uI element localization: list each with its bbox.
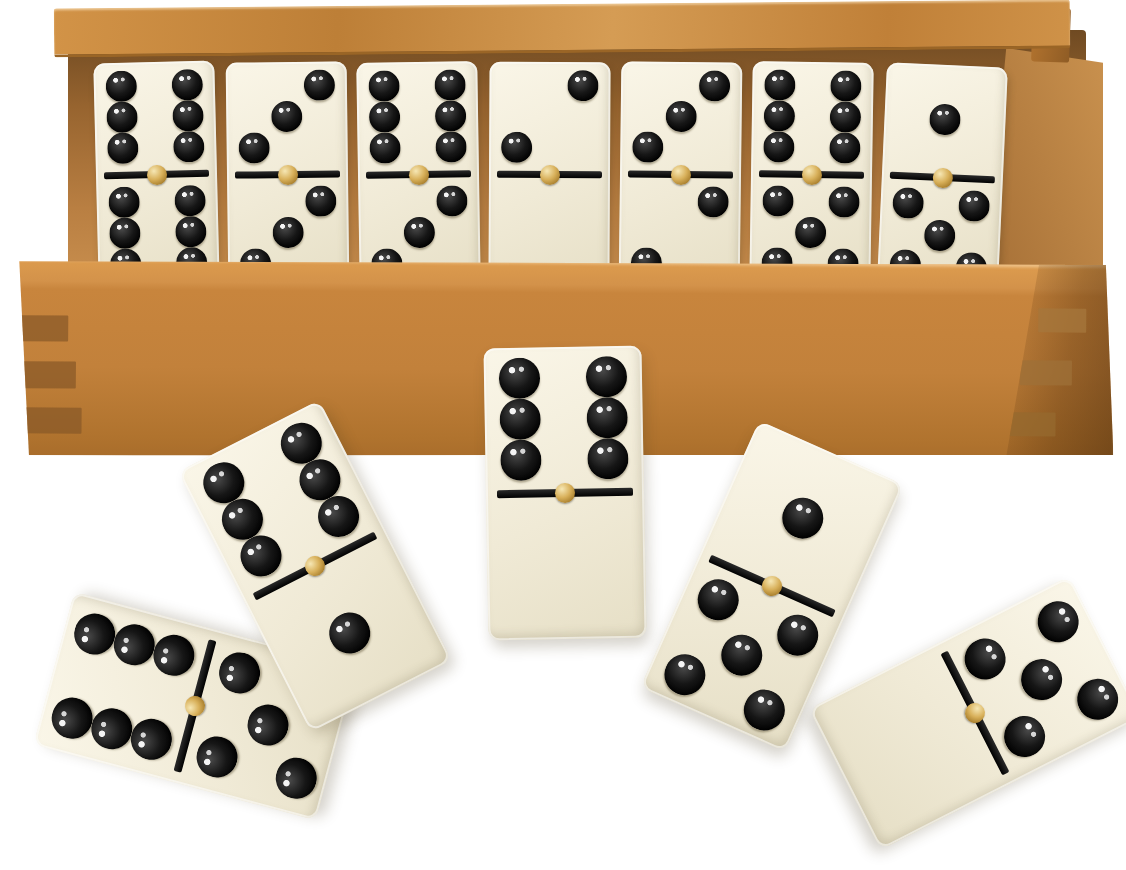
pip-cell bbox=[368, 101, 402, 133]
pip bbox=[499, 357, 541, 399]
pip bbox=[173, 131, 205, 163]
pip bbox=[924, 219, 956, 251]
pip-cell bbox=[829, 101, 863, 133]
pip-cell bbox=[499, 398, 543, 440]
pip-cell bbox=[924, 188, 958, 221]
domino-tile-3-3[interactable] bbox=[226, 61, 350, 287]
pip-cell bbox=[587, 506, 631, 547]
pip-cell bbox=[762, 131, 796, 163]
pip-cell bbox=[433, 69, 467, 101]
pip bbox=[105, 70, 137, 102]
domino-tile-1-5[interactable] bbox=[877, 62, 1008, 292]
pip bbox=[587, 438, 629, 480]
pip bbox=[172, 100, 204, 132]
pip bbox=[238, 132, 269, 163]
pip bbox=[829, 133, 860, 164]
pip-cell bbox=[585, 397, 629, 439]
pip-cell bbox=[271, 185, 304, 217]
dominoes-photo-scene bbox=[0, 0, 1126, 870]
pip-grid bbox=[498, 356, 630, 480]
pip bbox=[698, 186, 729, 217]
pip-grid bbox=[500, 69, 600, 163]
pip-cell bbox=[630, 216, 663, 248]
pip-cell bbox=[795, 132, 829, 164]
pip-cell bbox=[170, 68, 204, 100]
pip-cell bbox=[237, 70, 270, 102]
pip-cell bbox=[663, 185, 696, 217]
pip bbox=[106, 101, 138, 133]
pip-grid bbox=[104, 68, 206, 164]
domino-tile-6-3[interactable] bbox=[356, 61, 481, 288]
pip bbox=[109, 217, 141, 249]
finger-joint bbox=[1038, 308, 1086, 332]
pip-cell bbox=[566, 132, 599, 163]
finger-joint bbox=[12, 315, 68, 341]
pip-cell bbox=[238, 217, 271, 249]
pip-cell bbox=[237, 132, 270, 164]
pip bbox=[305, 185, 336, 216]
pip bbox=[436, 185, 467, 216]
pip-cell bbox=[140, 185, 174, 217]
pip bbox=[368, 70, 399, 101]
pip bbox=[567, 70, 598, 101]
pip-cell bbox=[761, 216, 795, 248]
pip-grid bbox=[367, 69, 468, 164]
pip bbox=[666, 101, 697, 132]
domino-tile-6-6[interactable] bbox=[93, 61, 219, 289]
pip-cell bbox=[632, 69, 665, 101]
pip-cell bbox=[891, 186, 925, 219]
pip-grid bbox=[47, 608, 198, 765]
pip-cell bbox=[500, 507, 544, 548]
pip-grid bbox=[893, 70, 996, 168]
pip-cell bbox=[961, 105, 995, 138]
pip-cell bbox=[697, 186, 730, 218]
pip-grid bbox=[762, 69, 863, 164]
pip-cell bbox=[794, 217, 828, 249]
pip-cell bbox=[303, 100, 336, 132]
pip-cell bbox=[271, 217, 304, 249]
pip-cell bbox=[435, 185, 469, 217]
pip-cell bbox=[588, 547, 632, 588]
pip-cell bbox=[566, 101, 599, 132]
pip-cell bbox=[566, 186, 599, 217]
pip-cell bbox=[926, 134, 960, 167]
pip-cell bbox=[630, 185, 663, 217]
finger-joint bbox=[1020, 360, 1072, 385]
pip-cell bbox=[270, 69, 303, 101]
pip bbox=[929, 103, 961, 135]
pip-cell bbox=[929, 72, 963, 105]
pip bbox=[175, 216, 207, 248]
pip-cell bbox=[237, 101, 270, 133]
domino-half-top bbox=[620, 61, 742, 171]
pip bbox=[763, 131, 794, 162]
pip-cell bbox=[138, 100, 172, 132]
pip-cell bbox=[499, 217, 532, 248]
pip-cell bbox=[957, 189, 991, 222]
pip-cell bbox=[173, 184, 207, 216]
pip-cell bbox=[368, 132, 402, 164]
domino-half-bottom bbox=[486, 496, 646, 641]
pip-cell bbox=[586, 438, 630, 480]
pip-cell bbox=[544, 507, 588, 548]
pip-grid bbox=[500, 506, 632, 630]
pip-cell bbox=[137, 69, 171, 101]
pip-cell bbox=[962, 73, 996, 106]
pip-cell bbox=[696, 217, 729, 249]
pip-cell bbox=[171, 100, 205, 132]
domino-tile-6-0[interactable] bbox=[483, 346, 646, 641]
pip-cell bbox=[502, 589, 546, 630]
pip-cell bbox=[827, 217, 861, 249]
pip bbox=[273, 217, 304, 248]
pip-cell bbox=[959, 136, 993, 169]
domino-tile-6-5[interactable] bbox=[749, 61, 874, 288]
domino-tile-3-2[interactable] bbox=[619, 61, 743, 287]
pip bbox=[369, 101, 400, 132]
domino-tile-5-0[interactable] bbox=[809, 576, 1126, 849]
pip-cell bbox=[434, 100, 468, 132]
domino-half-top bbox=[483, 346, 643, 491]
pip-cell bbox=[796, 69, 830, 101]
pip-cell bbox=[141, 216, 175, 248]
pip-cell bbox=[401, 132, 435, 164]
pip-cell bbox=[566, 217, 599, 248]
pip bbox=[632, 132, 663, 163]
pip bbox=[764, 100, 795, 131]
pip-cell bbox=[533, 217, 566, 248]
pip bbox=[149, 630, 199, 680]
pip-cell bbox=[665, 69, 698, 101]
pip-cell bbox=[106, 133, 140, 165]
pip-cell bbox=[828, 132, 862, 164]
pip-cell bbox=[107, 186, 141, 218]
domino-half-top bbox=[751, 61, 874, 172]
pip-cell bbox=[697, 132, 730, 164]
pip-cell bbox=[270, 101, 303, 133]
dominoes-in-box bbox=[96, 62, 1012, 287]
pip-cell bbox=[928, 103, 962, 136]
pip-cell bbox=[542, 398, 586, 440]
pip-cell bbox=[794, 185, 828, 217]
pip-cell bbox=[367, 70, 401, 102]
pip bbox=[404, 217, 435, 248]
pip-cell bbox=[402, 185, 436, 217]
pip-cell bbox=[698, 101, 731, 133]
pip bbox=[830, 101, 861, 132]
pip-grid bbox=[631, 69, 731, 164]
pip-cell bbox=[533, 132, 566, 163]
pip-cell bbox=[500, 132, 533, 163]
pip bbox=[500, 398, 542, 440]
pip-cell bbox=[545, 588, 589, 629]
pip-cell bbox=[304, 132, 337, 164]
pip bbox=[762, 185, 793, 216]
pip-cell bbox=[400, 69, 434, 101]
pip-cell bbox=[796, 101, 830, 133]
pip-cell bbox=[763, 69, 797, 101]
pip-cell bbox=[174, 216, 208, 248]
pip-cell bbox=[895, 102, 929, 135]
pip-cell bbox=[827, 186, 861, 218]
pip bbox=[434, 69, 465, 100]
pip-cell bbox=[434, 131, 468, 163]
pip-cell bbox=[172, 131, 206, 163]
pip-cell bbox=[403, 217, 437, 249]
pip-cell bbox=[305, 216, 338, 248]
pip-cell bbox=[369, 186, 403, 218]
pip-cell bbox=[584, 356, 628, 398]
pip-cell bbox=[139, 132, 173, 164]
pip-cell bbox=[105, 101, 139, 133]
pip-grid bbox=[237, 69, 337, 164]
pip-cell bbox=[304, 185, 337, 217]
box-slide-lid[interactable] bbox=[54, 0, 1070, 57]
pip-cell bbox=[533, 101, 566, 132]
pip-cell bbox=[108, 217, 142, 249]
pip bbox=[585, 356, 627, 398]
pip-cell bbox=[370, 217, 404, 249]
pip bbox=[828, 186, 859, 217]
finger-joint bbox=[16, 361, 76, 388]
pip bbox=[369, 133, 400, 164]
pip-cell bbox=[498, 357, 542, 399]
pip-cell bbox=[588, 587, 632, 628]
pip-cell bbox=[401, 101, 435, 133]
pip-cell bbox=[238, 186, 271, 218]
pip-cell bbox=[501, 548, 545, 589]
domino-half-top bbox=[882, 62, 1008, 176]
pip-cell bbox=[542, 439, 586, 481]
pip bbox=[435, 131, 466, 162]
pip bbox=[764, 69, 795, 100]
pip-cell bbox=[763, 100, 797, 132]
pip-cell bbox=[631, 132, 664, 164]
pip-cell bbox=[664, 101, 697, 133]
pip-cell bbox=[533, 186, 566, 217]
domino-half-top bbox=[489, 62, 611, 172]
pip-cell bbox=[893, 133, 927, 166]
finger-joint bbox=[19, 407, 81, 433]
pip bbox=[271, 101, 302, 132]
pip-cell bbox=[922, 219, 956, 252]
pip bbox=[108, 186, 140, 218]
pip bbox=[795, 217, 826, 248]
pip-cell bbox=[698, 70, 731, 102]
pip bbox=[699, 70, 730, 101]
pip-cell bbox=[500, 101, 533, 132]
pip-cell bbox=[436, 216, 470, 248]
pip-cell bbox=[566, 70, 599, 101]
pip-cell bbox=[270, 132, 303, 164]
finger-joint bbox=[1005, 412, 1055, 436]
pip-cell bbox=[104, 70, 138, 102]
box-right-side-wall bbox=[1005, 264, 1114, 463]
domino-half-top bbox=[356, 61, 479, 172]
pip-cell bbox=[499, 439, 543, 481]
domino-half-top bbox=[93, 61, 217, 173]
pip bbox=[958, 190, 990, 222]
pip bbox=[501, 132, 532, 163]
pip bbox=[892, 187, 924, 219]
pip-cell bbox=[889, 218, 923, 251]
pip bbox=[435, 100, 466, 131]
pip-cell bbox=[500, 69, 533, 100]
pip-cell bbox=[533, 70, 566, 101]
pip bbox=[304, 69, 335, 100]
pip-cell bbox=[956, 221, 990, 254]
pip bbox=[171, 69, 203, 101]
pip-cell bbox=[664, 132, 697, 164]
pip bbox=[586, 397, 628, 439]
pip-cell bbox=[896, 70, 930, 103]
pip-cell bbox=[500, 185, 533, 216]
pip-cell bbox=[761, 185, 795, 217]
pip-cell bbox=[663, 217, 696, 249]
pip-cell bbox=[303, 69, 336, 101]
domino-half-top bbox=[226, 61, 348, 171]
domino-tile-2-0[interactable] bbox=[488, 62, 610, 288]
pip-cell bbox=[544, 547, 588, 588]
pip-cell bbox=[541, 357, 585, 399]
pip bbox=[107, 133, 139, 165]
pip bbox=[830, 70, 861, 101]
pip bbox=[174, 185, 206, 217]
pip-cell bbox=[631, 100, 664, 132]
pip-cell bbox=[829, 70, 863, 102]
pip bbox=[500, 439, 542, 481]
